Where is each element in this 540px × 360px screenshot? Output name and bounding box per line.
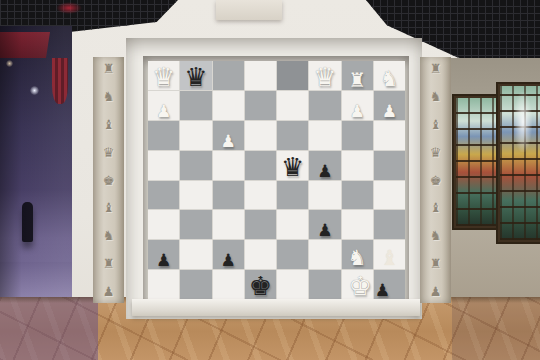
museum-lobby-scene: ♛♛♛♜♞♟♟♟♟♛♟♟♟♟♞♝♚♚♟ ♜♞♝♛♚♝♞♜♟ ♜♞♝♛♚♝♞♜♟ <box>0 0 540 360</box>
square-d2[interactable] <box>245 240 276 269</box>
square-g8[interactable]: ♜ <box>342 61 373 90</box>
carved-piece-relief: ♟ <box>103 285 115 298</box>
sidewalk <box>0 262 72 298</box>
carved-chess-pilaster-right: ♜♞♝♛♚♝♞♜♟ <box>420 57 451 303</box>
square-e8[interactable] <box>277 61 308 90</box>
square-b2[interactable] <box>180 240 211 269</box>
square-e7[interactable] <box>277 91 308 120</box>
square-h7[interactable]: ♟ <box>374 91 405 120</box>
red-curtain <box>52 58 68 104</box>
square-h4[interactable] <box>374 181 405 210</box>
carved-piece-relief: ♞ <box>103 229 115 242</box>
carved-piece-relief: ♚ <box>430 174 442 187</box>
white-rook-g8[interactable]: ♜ <box>342 70 373 90</box>
square-a6[interactable] <box>148 121 179 150</box>
black-pawn-c2[interactable]: ♟ <box>213 252 244 269</box>
white-pawn-a7[interactable]: ♟ <box>148 103 179 120</box>
square-c8[interactable] <box>213 61 244 90</box>
square-d3[interactable] <box>245 210 276 239</box>
square-e1[interactable] <box>277 270 308 299</box>
square-d6[interactable] <box>245 121 276 150</box>
square-e5[interactable]: ♛ <box>277 151 308 180</box>
square-f4[interactable] <box>309 181 340 210</box>
carved-piece-relief: ♜ <box>103 62 115 75</box>
black-pawn-h1[interactable]: ♟ <box>374 282 405 299</box>
pedestrian-silhouette <box>22 202 33 242</box>
white-pawn-g7[interactable]: ♟ <box>342 103 373 120</box>
white-king-g1[interactable]: ♚ <box>342 273 373 299</box>
square-h6[interactable] <box>374 121 405 150</box>
white-queen-f8[interactable]: ♛ <box>309 64 340 90</box>
carved-piece-relief: ♛ <box>430 146 442 159</box>
square-d8[interactable] <box>245 61 276 90</box>
street-light-glow <box>30 86 39 95</box>
square-e6[interactable] <box>277 121 308 150</box>
white-queen-a8[interactable]: ♛ <box>148 64 179 90</box>
square-c6[interactable]: ♟ <box>213 121 244 150</box>
square-f1[interactable] <box>309 270 340 299</box>
square-a5[interactable] <box>148 151 179 180</box>
square-f5[interactable]: ♟ <box>309 151 340 180</box>
square-d7[interactable] <box>245 91 276 120</box>
square-c5[interactable] <box>213 151 244 180</box>
white-knight-g2[interactable]: ♞ <box>342 248 373 269</box>
black-pawn-f3[interactable]: ♟ <box>309 222 340 239</box>
square-h8[interactable]: ♞ <box>374 61 405 90</box>
carved-piece-relief: ♞ <box>430 90 442 103</box>
square-f2[interactable] <box>309 240 340 269</box>
square-e2[interactable] <box>277 240 308 269</box>
square-g4[interactable] <box>342 181 373 210</box>
square-e3[interactable] <box>277 210 308 239</box>
square-h2[interactable]: ♝ <box>374 240 405 269</box>
carved-piece-relief: ♜ <box>430 62 442 75</box>
carved-piece-relief: ♝ <box>103 201 115 214</box>
street-lamp-glow <box>6 60 13 67</box>
square-a7[interactable]: ♟ <box>148 91 179 120</box>
square-e4[interactable] <box>277 181 308 210</box>
square-g2[interactable]: ♞ <box>342 240 373 269</box>
square-g3[interactable] <box>342 210 373 239</box>
black-pawn-a2[interactable]: ♟ <box>148 252 179 269</box>
stained-glass-panes <box>456 98 496 226</box>
window-light-glow <box>514 92 532 152</box>
display-shelf <box>132 299 420 316</box>
square-h1[interactable]: ♟ <box>374 270 405 299</box>
square-f8[interactable]: ♛ <box>309 61 340 90</box>
square-d1[interactable]: ♚ <box>245 270 276 299</box>
square-a2[interactable]: ♟ <box>148 240 179 269</box>
floor-purple-light <box>0 297 98 360</box>
white-ceiling-beam <box>216 0 282 20</box>
carved-piece-relief: ♛ <box>103 146 115 159</box>
square-b1[interactable] <box>180 270 211 299</box>
white-knight-h8[interactable]: ♞ <box>374 69 405 90</box>
carved-piece-relief: ♟ <box>430 285 442 298</box>
floor-right-shade <box>452 297 540 360</box>
square-g5[interactable] <box>342 151 373 180</box>
square-a1[interactable] <box>148 270 179 299</box>
square-b4[interactable] <box>180 181 211 210</box>
carved-piece-relief: ♚ <box>103 174 115 187</box>
square-c4[interactable] <box>213 181 244 210</box>
square-c3[interactable] <box>213 210 244 239</box>
chess-board: ♛♛♛♜♞♟♟♟♟♛♟♟♟♟♞♝♚♚♟ <box>148 61 405 299</box>
square-b3[interactable] <box>180 210 211 239</box>
square-c7[interactable] <box>213 91 244 120</box>
square-a4[interactable] <box>148 181 179 210</box>
black-pawn-f5[interactable]: ♟ <box>309 163 340 180</box>
square-d5[interactable] <box>245 151 276 180</box>
square-c2[interactable]: ♟ <box>213 240 244 269</box>
square-a3[interactable] <box>148 210 179 239</box>
square-h3[interactable] <box>374 210 405 239</box>
square-h5[interactable] <box>374 151 405 180</box>
red-awning <box>0 32 50 58</box>
carved-piece-relief: ♜ <box>103 257 115 270</box>
square-b5[interactable] <box>180 151 211 180</box>
square-c1[interactable] <box>213 270 244 299</box>
square-b8[interactable]: ♛ <box>180 61 211 90</box>
black-queen-e5[interactable]: ♛ <box>277 154 308 180</box>
square-b7[interactable] <box>180 91 211 120</box>
black-king-d1[interactable]: ♚ <box>245 273 276 299</box>
square-f6[interactable] <box>309 121 340 150</box>
carved-piece-relief: ♞ <box>430 229 442 242</box>
square-g1[interactable]: ♚ <box>342 270 373 299</box>
square-a8[interactable]: ♛ <box>148 61 179 90</box>
square-d4[interactable] <box>245 181 276 210</box>
square-f7[interactable] <box>309 91 340 120</box>
stained-glass-window-left <box>454 96 498 228</box>
carved-piece-relief: ♝ <box>103 118 115 131</box>
carved-piece-relief: ♜ <box>430 257 442 270</box>
carved-piece-relief: ♝ <box>430 118 442 131</box>
white-pawn-h7[interactable]: ♟ <box>374 103 405 120</box>
white-bishop-h2[interactable]: ♝ <box>374 248 405 269</box>
red-neon-glow <box>56 2 82 14</box>
square-b6[interactable] <box>180 121 211 150</box>
carved-piece-relief: ♞ <box>103 90 115 103</box>
carved-piece-relief: ♝ <box>430 201 442 214</box>
square-g7[interactable]: ♟ <box>342 91 373 120</box>
square-g6[interactable] <box>342 121 373 150</box>
white-pawn-c6[interactable]: ♟ <box>213 133 244 150</box>
carved-chess-pilaster-left: ♜♞♝♛♚♝♞♜♟ <box>93 57 124 303</box>
square-f3[interactable]: ♟ <box>309 210 340 239</box>
black-queen-b8[interactable]: ♛ <box>180 64 211 90</box>
